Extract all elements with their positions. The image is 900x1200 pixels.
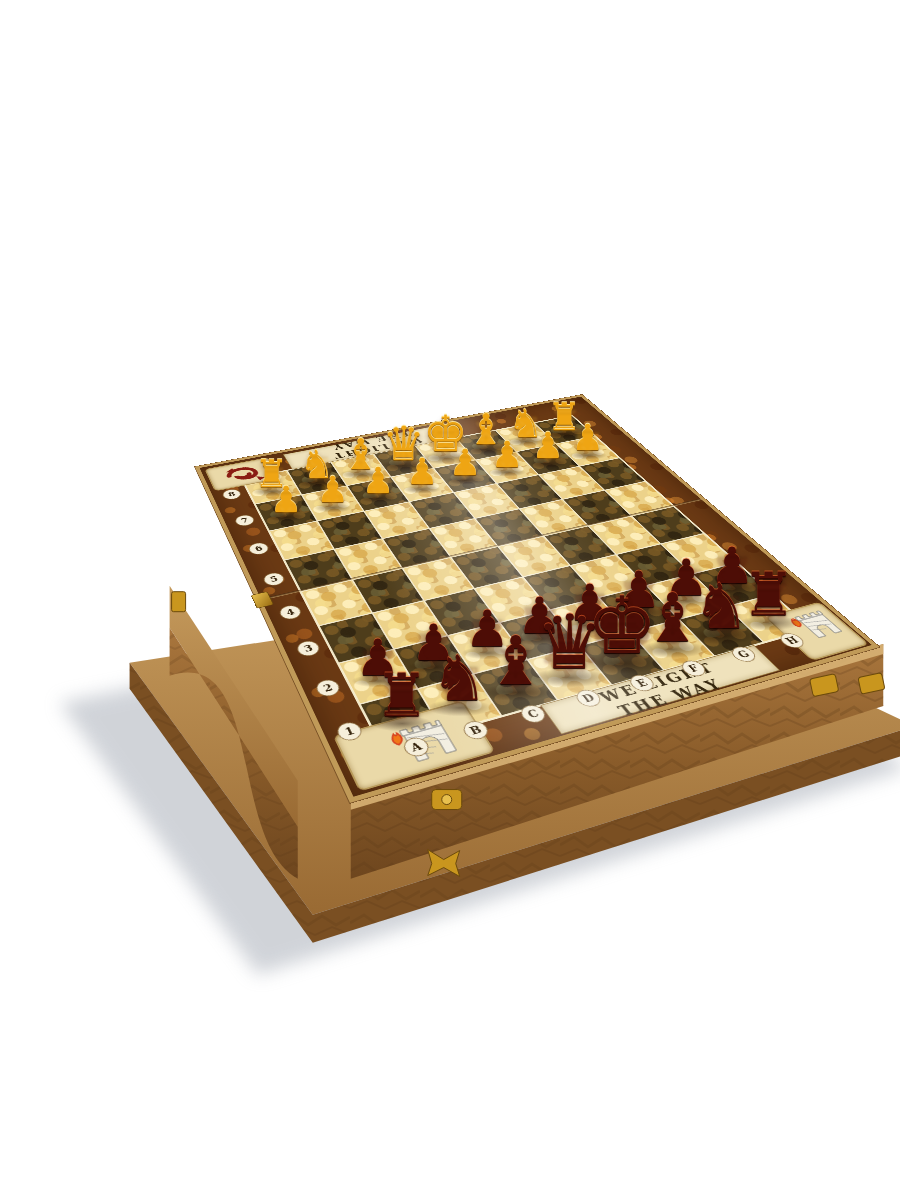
castle-flame-icon — [767, 603, 867, 659]
rank-label-7: 7 — [233, 514, 256, 528]
seam-hinge-icon — [251, 591, 274, 608]
product-photo: WE LIGHT THE WAY WE LIGHT THE WAY ABCDEF… — [0, 0, 900, 1200]
rank-label-6: 6 — [247, 541, 271, 556]
rank-label-3: 3 — [294, 639, 322, 658]
scene: WE LIGHT THE WAY WE LIGHT THE WAY ABCDEF… — [0, 0, 900, 1200]
rank-label-2: 2 — [313, 678, 342, 699]
rank-label-5: 5 — [261, 571, 286, 587]
rank-label-4: 4 — [277, 604, 303, 622]
board-lid: WE LIGHT THE WAY WE LIGHT THE WAY ABCDEF… — [195, 394, 880, 802]
